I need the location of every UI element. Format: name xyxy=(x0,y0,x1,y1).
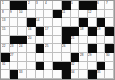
cell-r2c4[interactable] xyxy=(27,10,36,19)
cell-r9c2-black xyxy=(10,70,19,79)
cell-r4c8-black xyxy=(62,27,71,36)
cell-r4c6[interactable]: 17 xyxy=(44,27,53,36)
cell-r3c7[interactable] xyxy=(53,18,62,27)
crossword-board: 1234567891011121314151617181920212223242… xyxy=(0,0,115,80)
cell-r3c11[interactable] xyxy=(88,18,97,27)
cell-r3c13[interactable] xyxy=(105,18,114,27)
cell-r2c10[interactable] xyxy=(79,10,88,19)
clue-number: 34 xyxy=(71,70,74,73)
cell-r9c13[interactable] xyxy=(105,70,114,79)
clue-number: 8 xyxy=(2,10,4,13)
cell-r3c10-black xyxy=(79,18,88,27)
cell-r7c2[interactable]: 27 xyxy=(10,53,19,62)
cell-r2c2[interactable]: 9 xyxy=(10,10,19,19)
cell-r7c10[interactable]: 28 xyxy=(79,53,88,62)
cell-r4c10[interactable]: 18 xyxy=(79,27,88,36)
cell-r9c7[interactable] xyxy=(53,70,62,79)
cell-r6c12[interactable] xyxy=(97,44,106,53)
cell-r4c12[interactable]: 19 xyxy=(97,27,106,36)
cell-r4c9-black xyxy=(71,27,80,36)
clue-number: 13 xyxy=(2,18,5,21)
cell-r6c5-black xyxy=(36,44,45,53)
cell-r2c3[interactable]: 10 xyxy=(18,10,27,19)
cell-r8c4[interactable] xyxy=(27,62,36,71)
cell-r1c12[interactable]: 6 xyxy=(97,1,106,10)
cell-r1c13[interactable]: 7 xyxy=(105,1,114,10)
clue-number: 24 xyxy=(19,44,22,47)
clue-number: 31 xyxy=(2,62,5,65)
cell-r4c1[interactable]: 15 xyxy=(1,27,10,36)
clue-number: 30 xyxy=(106,53,109,56)
cell-r8c13[interactable] xyxy=(105,62,114,71)
clue-number: 23 xyxy=(10,44,13,47)
cell-r7c7[interactable] xyxy=(53,53,62,62)
cell-r8c1[interactable]: 31 xyxy=(1,62,10,71)
clue-number: 3 xyxy=(36,1,38,4)
cell-r4c3[interactable] xyxy=(18,27,27,36)
cell-r5c11[interactable] xyxy=(88,36,97,45)
cell-r7c3[interactable] xyxy=(18,53,27,62)
clue-number: 11 xyxy=(62,10,65,13)
cell-r4c4[interactable]: 16 xyxy=(27,27,36,36)
clue-number: 19 xyxy=(97,27,100,30)
cell-r3c12-black xyxy=(97,18,106,27)
cell-r9c5[interactable] xyxy=(36,70,45,79)
cell-r1c4[interactable]: 2 xyxy=(27,1,36,10)
cell-r8c11[interactable] xyxy=(88,62,97,71)
cell-r1c6[interactable]: 4 xyxy=(44,1,53,10)
clue-number: 10 xyxy=(19,10,22,13)
cell-r6c2[interactable]: 23 xyxy=(10,44,19,53)
cell-r2c11[interactable]: 12 xyxy=(88,10,97,19)
cell-r2c7-black xyxy=(53,10,62,19)
cell-r4c7[interactable] xyxy=(53,27,62,36)
clue-number: 33 xyxy=(19,70,22,73)
cell-r7c1-black xyxy=(1,53,10,62)
cell-r9c12[interactable]: 35 xyxy=(97,70,106,79)
cell-r7c9-black xyxy=(71,53,80,62)
clue-number: 22 xyxy=(2,44,5,47)
clue-number: 6 xyxy=(97,1,99,4)
cell-r6c11-black xyxy=(88,44,97,53)
cell-r5c13[interactable] xyxy=(105,36,114,45)
cell-r4c2[interactable] xyxy=(10,27,19,36)
clue-number: 18 xyxy=(80,27,83,30)
cell-r8c8-black xyxy=(62,62,71,71)
cell-r3c3[interactable] xyxy=(18,18,27,27)
cell-r8c10[interactable] xyxy=(79,62,88,71)
cell-r5c7[interactable] xyxy=(53,36,62,45)
cell-r1c7[interactable] xyxy=(53,1,62,10)
cell-r6c7[interactable] xyxy=(53,44,62,53)
cell-r7c5[interactable] xyxy=(36,53,45,62)
cell-r6c4[interactable] xyxy=(27,44,36,53)
cell-r7c8[interactable] xyxy=(62,53,71,62)
clue-number: 25 xyxy=(45,44,48,47)
cell-r9c11-black xyxy=(88,70,97,79)
clue-number: 17 xyxy=(45,27,48,30)
cell-r2c6[interactable] xyxy=(44,10,53,19)
clue-number: 16 xyxy=(28,27,31,30)
cell-r4c5-black xyxy=(36,27,45,36)
cell-r6c3[interactable]: 24 xyxy=(18,44,27,53)
cell-r5c5[interactable] xyxy=(36,36,45,45)
clue-number: 5 xyxy=(71,1,73,4)
cell-r4c13-black xyxy=(105,27,114,36)
cell-r5c10[interactable] xyxy=(79,36,88,45)
clue-number: 7 xyxy=(106,1,108,4)
clue-number: 14 xyxy=(36,18,39,21)
cell-r1c3-black xyxy=(18,1,27,10)
clue-number: 35 xyxy=(97,70,100,73)
cell-r1c11-black xyxy=(88,1,97,10)
clue-number: 20 xyxy=(28,36,31,39)
cell-r4c11-black xyxy=(88,27,97,36)
cell-r8c5-black xyxy=(36,62,45,71)
cell-r7c13[interactable]: 30 xyxy=(105,53,114,62)
cell-r9c1[interactable] xyxy=(1,70,10,79)
cell-r1c8-black xyxy=(62,1,71,10)
cell-r9c9[interactable]: 34 xyxy=(71,70,80,79)
cell-r2c9[interactable] xyxy=(71,10,80,19)
clue-number: 27 xyxy=(10,53,13,56)
clue-number: 2 xyxy=(28,1,30,4)
cell-r2c13[interactable] xyxy=(105,10,114,19)
clue-number: 21 xyxy=(71,36,74,39)
cell-r8c2[interactable] xyxy=(10,62,19,71)
cell-r5c9[interactable]: 21 xyxy=(71,36,80,45)
cell-r7c4[interactable] xyxy=(27,53,36,62)
cell-r8c7-black xyxy=(53,62,62,71)
cell-r8c6[interactable] xyxy=(44,62,53,71)
cell-r3c1[interactable]: 13 xyxy=(1,18,10,27)
cell-r1c1[interactable]: 1 xyxy=(1,1,10,10)
cell-r6c8[interactable]: 26 xyxy=(62,44,71,53)
cell-r7c11[interactable]: 29 xyxy=(88,53,97,62)
cell-r9c3[interactable]: 33 xyxy=(18,70,27,79)
cell-r1c5[interactable]: 3 xyxy=(36,1,45,10)
clue-number: 1 xyxy=(2,1,4,4)
cell-r3c9[interactable] xyxy=(71,18,80,27)
cell-r6c10[interactable] xyxy=(79,44,88,53)
cell-r1c10-black xyxy=(79,1,88,10)
cell-r3c2[interactable] xyxy=(10,18,19,27)
cell-r9c8-black xyxy=(62,70,71,79)
cell-r5c4[interactable]: 20 xyxy=(27,36,36,45)
cell-r1c9[interactable]: 5 xyxy=(71,1,80,10)
clue-number: 32 xyxy=(71,62,74,65)
cell-r3c4-black xyxy=(27,18,36,27)
cell-r9c4[interactable] xyxy=(27,70,36,79)
clue-number: 15 xyxy=(2,27,5,30)
clue-number: 26 xyxy=(62,44,65,47)
cell-r6c6[interactable]: 25 xyxy=(44,44,53,53)
clue-number: 28 xyxy=(80,53,83,56)
cell-r9c10[interactable] xyxy=(79,70,88,79)
cell-r3c8[interactable] xyxy=(62,18,71,27)
cell-r1c2-black xyxy=(10,1,19,10)
cell-r5c12[interactable] xyxy=(97,36,106,45)
cell-r6c1[interactable]: 22 xyxy=(1,44,10,53)
clue-number: 4 xyxy=(45,1,47,4)
cell-r2c8[interactable]: 11 xyxy=(62,10,71,19)
cell-r2c12[interactable] xyxy=(97,10,106,19)
cell-r6c13-black xyxy=(105,44,114,53)
cell-r7c6[interactable] xyxy=(44,53,53,62)
cell-r3c5[interactable]: 14 xyxy=(36,18,45,27)
cell-r7c12[interactable] xyxy=(97,53,106,62)
clue-number: 29 xyxy=(88,53,91,56)
cell-r9c6[interactable] xyxy=(44,70,53,79)
clue-number: 12 xyxy=(88,10,91,13)
cell-r6c9[interactable] xyxy=(71,44,80,53)
cell-r3c6[interactable] xyxy=(44,18,53,27)
clue-number: 9 xyxy=(10,10,12,13)
